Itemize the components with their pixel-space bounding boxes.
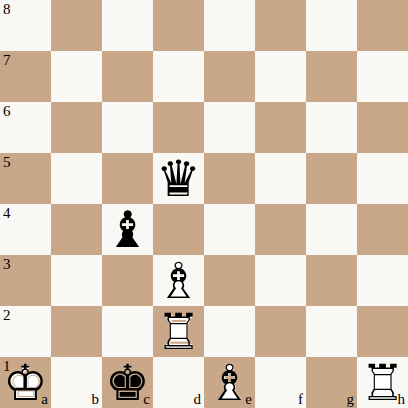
square-g6[interactable] (306, 102, 357, 153)
black-bishop[interactable]: ♝ (102, 204, 153, 255)
square-h1[interactable]: h♜♖ (357, 357, 408, 408)
square-c5[interactable] (102, 153, 153, 204)
square-g1[interactable]: g (306, 357, 357, 408)
file-label-d: d (194, 392, 202, 407)
square-g5[interactable] (306, 153, 357, 204)
square-b1[interactable]: b (51, 357, 102, 408)
square-h4[interactable] (357, 204, 408, 255)
square-e8[interactable] (204, 0, 255, 51)
square-f4[interactable] (255, 204, 306, 255)
square-e5[interactable] (204, 153, 255, 204)
square-b5[interactable] (51, 153, 102, 204)
square-g7[interactable] (306, 51, 357, 102)
square-g3[interactable] (306, 255, 357, 306)
square-b3[interactable] (51, 255, 102, 306)
square-f5[interactable] (255, 153, 306, 204)
white-bishop-glyph: ♗ (207, 358, 252, 408)
white-bishop-glyph: ♗ (156, 256, 201, 306)
square-a7[interactable]: 7 (0, 51, 51, 102)
square-d3[interactable]: ♝♗ (153, 255, 204, 306)
square-a2[interactable]: 2 (0, 306, 51, 357)
square-c1[interactable]: c♚ (102, 357, 153, 408)
square-c4[interactable]: ♝ (102, 204, 153, 255)
square-a1[interactable]: 1a♚♔ (0, 357, 51, 408)
square-b2[interactable] (51, 306, 102, 357)
black-queen[interactable]: ♛ (153, 153, 204, 204)
rank-label-4: 4 (3, 206, 11, 221)
square-e3[interactable] (204, 255, 255, 306)
square-d7[interactable] (153, 51, 204, 102)
rank-label-5: 5 (3, 155, 11, 170)
square-c2[interactable] (102, 306, 153, 357)
square-e2[interactable] (204, 306, 255, 357)
square-d1[interactable]: d (153, 357, 204, 408)
square-h7[interactable] (357, 51, 408, 102)
white-king-glyph: ♔ (3, 358, 48, 408)
rank-label-7: 7 (3, 53, 11, 68)
square-h8[interactable] (357, 0, 408, 51)
square-d2[interactable]: ♜♖ (153, 306, 204, 357)
square-a5[interactable]: 5 (0, 153, 51, 204)
square-h2[interactable] (357, 306, 408, 357)
black-bishop-glyph: ♝ (105, 205, 150, 255)
chess-board: 8765♛4♝3♝♗2♜♖1a♚♔bc♚de♝♗fgh♜♖ (0, 0, 408, 408)
square-b8[interactable] (51, 0, 102, 51)
square-f8[interactable] (255, 0, 306, 51)
chess-board-wrap: 8765♛4♝3♝♗2♜♖1a♚♔bc♚de♝♗fgh♜♖ (0, 0, 408, 408)
square-f1[interactable]: f (255, 357, 306, 408)
white-bishop[interactable]: ♝♗ (204, 357, 255, 408)
square-e7[interactable] (204, 51, 255, 102)
square-a4[interactable]: 4 (0, 204, 51, 255)
rank-label-8: 8 (3, 2, 11, 17)
square-e4[interactable] (204, 204, 255, 255)
square-b4[interactable] (51, 204, 102, 255)
rank-label-6: 6 (3, 104, 11, 119)
white-rook[interactable]: ♜♖ (357, 357, 408, 408)
square-h3[interactable] (357, 255, 408, 306)
square-d4[interactable] (153, 204, 204, 255)
white-rook[interactable]: ♜♖ (153, 306, 204, 357)
square-c6[interactable] (102, 102, 153, 153)
black-king[interactable]: ♚ (102, 357, 153, 408)
square-a3[interactable]: 3 (0, 255, 51, 306)
square-b6[interactable] (51, 102, 102, 153)
black-king-glyph: ♚ (105, 358, 150, 408)
file-label-g: g (347, 392, 355, 407)
square-f6[interactable] (255, 102, 306, 153)
square-c8[interactable] (102, 0, 153, 51)
square-a6[interactable]: 6 (0, 102, 51, 153)
square-h6[interactable] (357, 102, 408, 153)
square-b7[interactable] (51, 51, 102, 102)
square-d8[interactable] (153, 0, 204, 51)
square-e1[interactable]: e♝♗ (204, 357, 255, 408)
square-c7[interactable] (102, 51, 153, 102)
square-f7[interactable] (255, 51, 306, 102)
white-king[interactable]: ♚♔ (0, 357, 51, 408)
square-a8[interactable]: 8 (0, 0, 51, 51)
square-g2[interactable] (306, 306, 357, 357)
white-rook-glyph: ♖ (360, 358, 405, 408)
square-h5[interactable] (357, 153, 408, 204)
square-f3[interactable] (255, 255, 306, 306)
square-g4[interactable] (306, 204, 357, 255)
rank-label-3: 3 (3, 257, 11, 272)
square-d5[interactable]: ♛ (153, 153, 204, 204)
square-c3[interactable] (102, 255, 153, 306)
file-label-f: f (298, 392, 303, 407)
white-rook-glyph: ♖ (156, 307, 201, 357)
square-g8[interactable] (306, 0, 357, 51)
square-f2[interactable] (255, 306, 306, 357)
rank-label-2: 2 (3, 308, 11, 323)
white-bishop[interactable]: ♝♗ (153, 255, 204, 306)
square-e6[interactable] (204, 102, 255, 153)
file-label-b: b (92, 392, 100, 407)
square-d6[interactable] (153, 102, 204, 153)
black-queen-glyph: ♛ (156, 154, 201, 204)
